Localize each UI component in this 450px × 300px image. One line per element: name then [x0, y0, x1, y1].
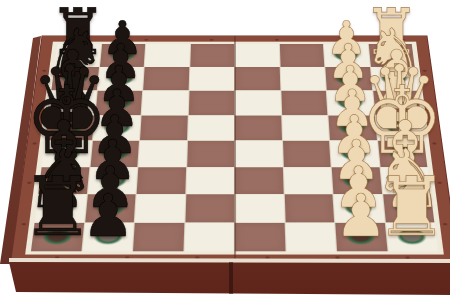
board-photo-scene: ♜♟♟♜♞♟♟♞♝♟♟♝♛♟♟♛♚♟♟♚♝♟♟♝♞♟♟♞♜♟♟♜	[0, 0, 450, 300]
piece-white-rook[interactable]: ♜	[375, 178, 448, 237]
piece-black-pawn[interactable]: ♟	[82, 194, 135, 236]
pieces-layer: ♜♟♟♜♞♟♟♞♝♟♟♝♛♟♟♛♚♟♟♚♝♟♟♝♞♟♟♞♜♟♟♜	[0, 0, 450, 300]
